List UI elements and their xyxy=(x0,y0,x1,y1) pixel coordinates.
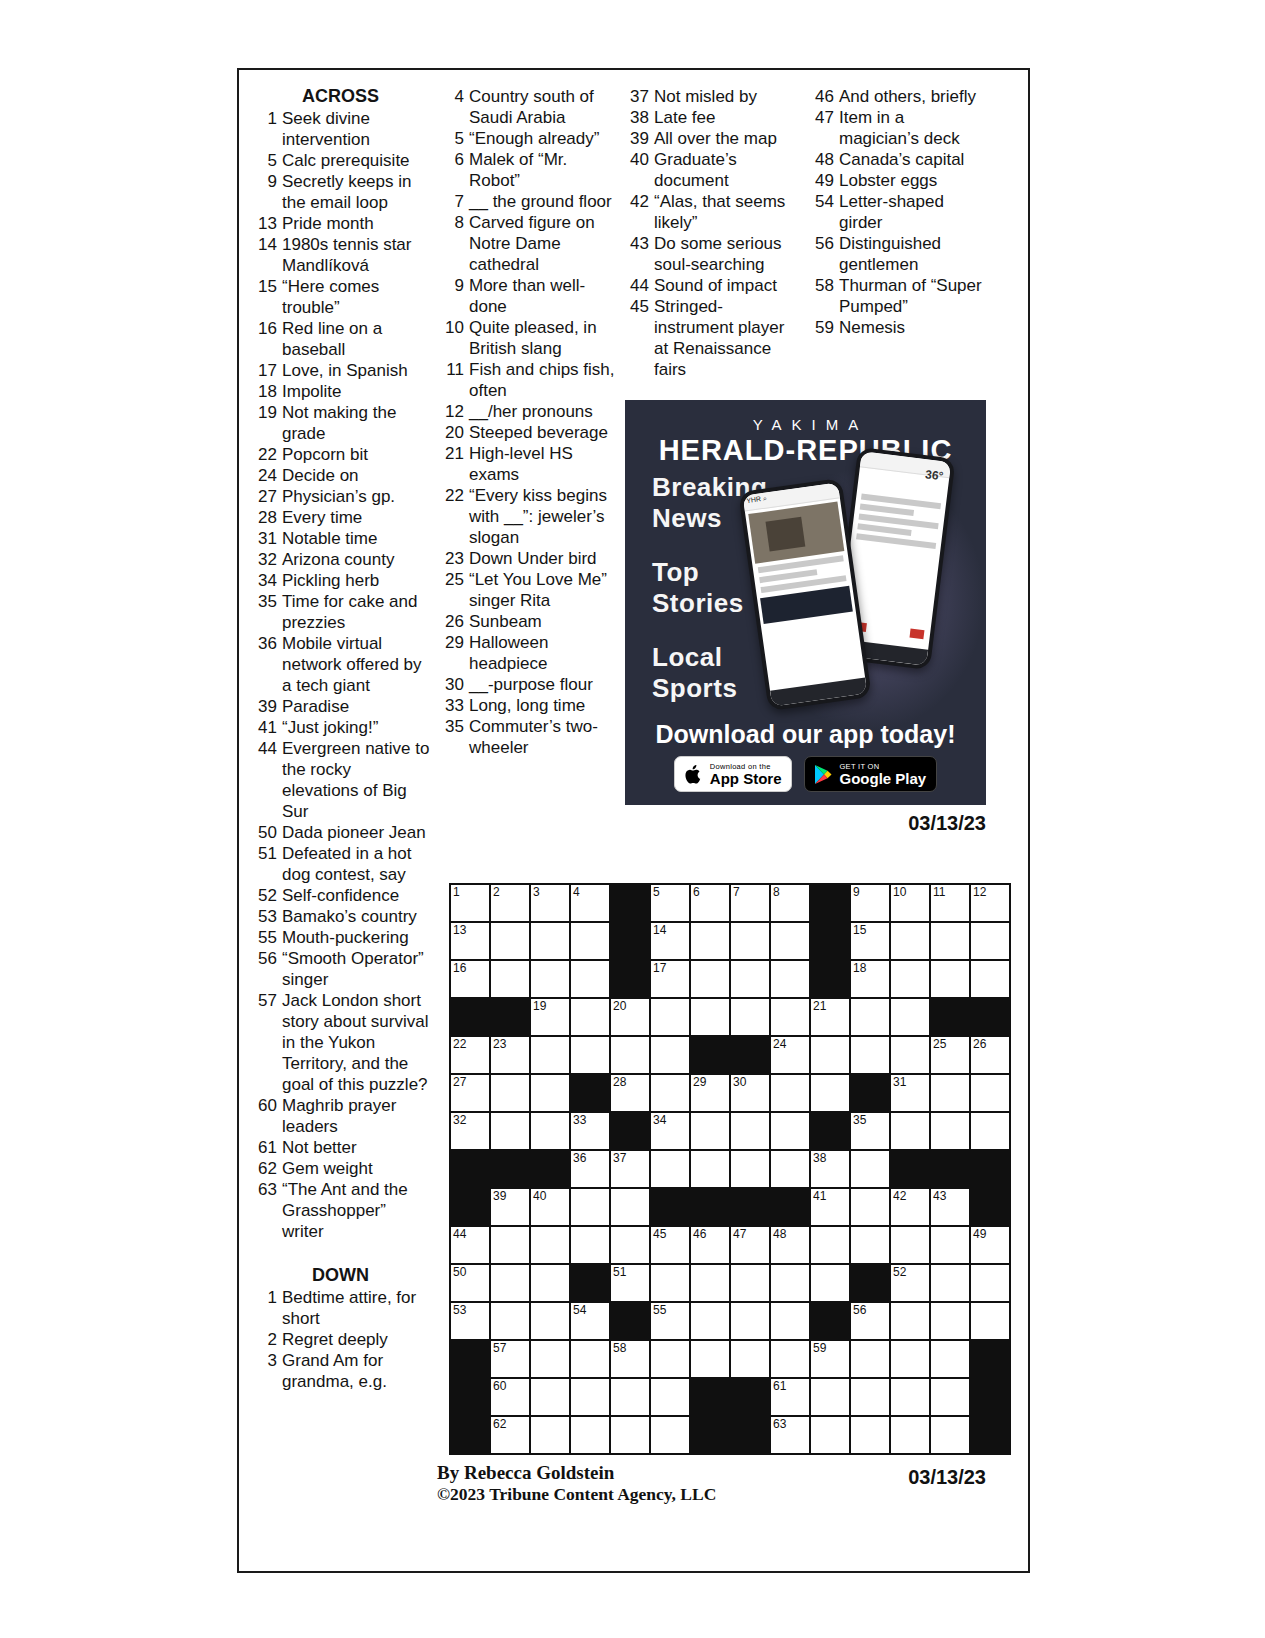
cell-r8c9[interactable] xyxy=(771,1151,809,1187)
cell-r9c3[interactable]: 40 xyxy=(531,1189,569,1225)
clue-text: Long, long time xyxy=(469,695,618,716)
cell-r8c8[interactable] xyxy=(731,1151,769,1187)
cell-r12c7[interactable] xyxy=(691,1303,729,1339)
clue-number: 2 xyxy=(250,1329,277,1350)
cell-r14c5[interactable] xyxy=(611,1379,649,1415)
cell-r2c14[interactable] xyxy=(971,923,1009,959)
cell-r8c2-block xyxy=(491,1151,529,1187)
cell-r14c2[interactable]: 60 xyxy=(491,1379,529,1415)
cell-r3c6[interactable]: 17 xyxy=(651,961,689,997)
app-store-badge[interactable]: Download on the App Store xyxy=(674,756,793,792)
clue-down-23: 23Down Under bird xyxy=(437,548,618,569)
cell-number: 47 xyxy=(733,1227,746,1241)
clue-text: “Here comes trouble” xyxy=(282,276,431,318)
cell-r1c13[interactable]: 11 xyxy=(931,885,969,921)
cell-r1c11[interactable]: 9 xyxy=(851,885,889,921)
cell-r15c5[interactable] xyxy=(611,1417,649,1453)
cell-r5c13[interactable]: 25 xyxy=(931,1037,969,1073)
clue-column-2: 4Country south of Saudi Arabia5“Enough a… xyxy=(437,86,618,758)
cell-r5c9[interactable]: 24 xyxy=(771,1037,809,1073)
cell-r7c12[interactable] xyxy=(891,1113,929,1149)
clue-across-1: 1Seek divine intervention xyxy=(250,108,431,150)
cell-r6c10[interactable] xyxy=(811,1075,849,1111)
cell-r14c11[interactable] xyxy=(851,1379,889,1415)
cell-r14c3[interactable] xyxy=(531,1379,569,1415)
cell-number: 8 xyxy=(773,885,780,899)
cell-r1c9[interactable]: 8 xyxy=(771,885,809,921)
cell-r2c7[interactable] xyxy=(691,923,729,959)
cell-r5c5[interactable] xyxy=(611,1037,649,1073)
clue-number: 29 xyxy=(437,632,464,674)
cell-r5c2[interactable]: 23 xyxy=(491,1037,529,1073)
cell-r5c11[interactable] xyxy=(851,1037,889,1073)
clue-down-47: 47Item in a magician’s deck xyxy=(807,107,986,149)
clue-number: 18 xyxy=(250,381,277,402)
clue-number: 55 xyxy=(250,927,277,948)
clue-across-52: 52Self-confidence xyxy=(250,885,431,906)
cell-r14c9[interactable]: 61 xyxy=(771,1379,809,1415)
clue-text: Graduate’s document xyxy=(654,149,801,191)
cell-number: 52 xyxy=(893,1265,906,1279)
clue-across-5: 5Calc prerequisite xyxy=(250,150,431,171)
clue-number: 16 xyxy=(250,318,277,360)
cell-r13c9[interactable] xyxy=(771,1341,809,1377)
clue-text: Jack London short story about survival i… xyxy=(282,990,431,1095)
cell-number: 43 xyxy=(933,1189,946,1203)
cell-number: 16 xyxy=(453,961,466,975)
cell-number: 59 xyxy=(813,1341,826,1355)
cell-r12c1[interactable]: 53 xyxy=(451,1303,489,1339)
cell-r1c4[interactable]: 4 xyxy=(571,885,609,921)
clue-down-42: 42“Alas, that seems likely” xyxy=(622,191,801,233)
cell-r14c13[interactable] xyxy=(931,1379,969,1415)
cell-r2c4[interactable] xyxy=(571,923,609,959)
clue-number: 50 xyxy=(250,822,277,843)
cell-r13c5[interactable]: 58 xyxy=(611,1341,649,1377)
clue-text: Not better xyxy=(282,1137,431,1158)
cell-r4c6[interactable] xyxy=(651,999,689,1035)
clue-text: __ the ground floor xyxy=(469,191,618,212)
cell-r9c13[interactable]: 43 xyxy=(931,1189,969,1225)
cell-number: 3 xyxy=(533,885,540,899)
clue-across-17: 17Love, in Spanish xyxy=(250,360,431,381)
clue-number: 19 xyxy=(250,402,277,444)
cell-r10c13[interactable] xyxy=(931,1227,969,1263)
clue-across-32: 32Arizona county xyxy=(250,549,431,570)
clue-down-40: 40Graduate’s document xyxy=(622,149,801,191)
cell-r6c2[interactable] xyxy=(491,1075,529,1111)
cell-r7c6[interactable]: 34 xyxy=(651,1113,689,1149)
clue-number: 41 xyxy=(250,717,277,738)
cell-r9c8-block xyxy=(731,1189,769,1225)
cell-r5c14[interactable]: 26 xyxy=(971,1037,1009,1073)
cell-r2c8[interactable] xyxy=(731,923,769,959)
cell-r14c8-block xyxy=(731,1379,769,1415)
clue-text: Stringed-instrument player at Renaissanc… xyxy=(654,296,801,380)
cell-number: 2 xyxy=(493,885,500,899)
clue-number: 13 xyxy=(250,213,277,234)
clue-text: __-purpose flour xyxy=(469,674,618,695)
cell-r13c7[interactable] xyxy=(691,1341,729,1377)
cell-r10c1[interactable]: 44 xyxy=(451,1227,489,1263)
clue-text: Defeated in a hot dog contest, say xyxy=(282,843,431,885)
cell-r9c10[interactable]: 41 xyxy=(811,1189,849,1225)
cell-r5c6[interactable] xyxy=(651,1037,689,1073)
cell-r3c12[interactable] xyxy=(891,961,929,997)
cell-r10c7[interactable]: 46 xyxy=(691,1227,729,1263)
cell-r10c9[interactable]: 48 xyxy=(771,1227,809,1263)
cell-number: 31 xyxy=(893,1075,906,1089)
clue-down-38: 38Late fee xyxy=(622,107,801,128)
cell-number: 39 xyxy=(493,1189,506,1203)
cell-r5c12[interactable] xyxy=(891,1037,929,1073)
cell-r13c11[interactable] xyxy=(851,1341,889,1377)
cell-r2c11[interactable]: 15 xyxy=(851,923,889,959)
clue-text: 1980s tennis star Mandlíková xyxy=(282,234,431,276)
clue-text: Grand Am for grandma, e.g. xyxy=(282,1350,431,1392)
cell-r15c2[interactable]: 62 xyxy=(491,1417,529,1453)
cell-r10c2[interactable] xyxy=(491,1227,529,1263)
clue-number: 53 xyxy=(250,906,277,927)
clue-number: 43 xyxy=(622,233,649,275)
cell-r6c9[interactable] xyxy=(771,1075,809,1111)
clue-down-3: 3Grand Am for grandma, e.g. xyxy=(250,1350,431,1392)
puzzle-date-top: 03/13/23 xyxy=(800,812,986,835)
cell-r4c9[interactable] xyxy=(771,999,809,1035)
clue-number: 44 xyxy=(622,275,649,296)
clue-down-35: 35Commuter’s two-wheeler xyxy=(437,716,618,758)
clue-text: Down Under bird xyxy=(469,548,618,569)
clue-text: Bedtime attire, for short xyxy=(282,1287,431,1329)
cell-r9c2[interactable]: 39 xyxy=(491,1189,529,1225)
cell-r1c14[interactable]: 12 xyxy=(971,885,1009,921)
cell-r14c12[interactable] xyxy=(891,1379,929,1415)
cell-r12c3[interactable] xyxy=(531,1303,569,1339)
google-play-logo-icon xyxy=(815,765,832,784)
cell-r4c4[interactable] xyxy=(571,999,609,1035)
clue-text: “The Ant and the Grasshopper” writer xyxy=(282,1179,431,1242)
cell-r6c3[interactable] xyxy=(531,1075,569,1111)
clue-text: Thurman of “Super Pumped” xyxy=(839,275,986,317)
cell-r12c4[interactable]: 54 xyxy=(571,1303,609,1339)
cell-r15c13[interactable] xyxy=(931,1417,969,1453)
clue-number: 59 xyxy=(807,317,834,338)
cell-r2c13[interactable] xyxy=(931,923,969,959)
cell-r12c9[interactable] xyxy=(771,1303,809,1339)
cell-r12c10-block xyxy=(811,1303,849,1339)
cell-r15c7-block xyxy=(691,1417,729,1453)
clue-down-29: 29Halloween headpiece xyxy=(437,632,618,674)
cell-r1c7[interactable]: 6 xyxy=(691,885,729,921)
clue-number: 35 xyxy=(437,716,464,758)
clue-text: All over the map xyxy=(654,128,801,149)
clue-down-48: 48Canada’s capital xyxy=(807,149,986,170)
cell-r4c13-block xyxy=(931,999,969,1035)
cell-r10c3[interactable] xyxy=(531,1227,569,1263)
clue-down-26: 26Sunbeam xyxy=(437,611,618,632)
cell-r3c9[interactable] xyxy=(771,961,809,997)
cell-r15c10[interactable] xyxy=(811,1417,849,1453)
cell-r10c8[interactable]: 47 xyxy=(731,1227,769,1263)
cell-r2c2[interactable] xyxy=(491,923,529,959)
cell-r8c7[interactable] xyxy=(691,1151,729,1187)
cell-r13c6[interactable] xyxy=(651,1341,689,1377)
cell-r7c13[interactable] xyxy=(931,1113,969,1149)
cell-r4c5[interactable]: 20 xyxy=(611,999,649,1035)
cell-r9c11[interactable] xyxy=(851,1189,889,1225)
cell-r2c6[interactable]: 14 xyxy=(651,923,689,959)
cell-r11c6[interactable] xyxy=(651,1265,689,1301)
cell-r15c14-block xyxy=(971,1417,1009,1453)
clue-number: 47 xyxy=(807,107,834,149)
cell-r3c11[interactable]: 18 xyxy=(851,961,889,997)
cell-number: 30 xyxy=(733,1075,746,1089)
clue-text: Evergreen native to the rocky elevations… xyxy=(282,738,431,822)
clue-number: 36 xyxy=(250,633,277,696)
cell-r6c13[interactable] xyxy=(931,1075,969,1111)
cell-r15c3[interactable] xyxy=(531,1417,569,1453)
clue-number: 15 xyxy=(250,276,277,318)
cell-r9c5[interactable] xyxy=(611,1189,649,1225)
cell-r12c2[interactable] xyxy=(491,1303,529,1339)
cell-number: 46 xyxy=(693,1227,706,1241)
clue-number: 5 xyxy=(250,150,277,171)
clue-text: Bamako’s country xyxy=(282,906,431,927)
clue-across-51: 51Defeated in a hot dog contest, say xyxy=(250,843,431,885)
cell-r7c10-block xyxy=(811,1113,849,1149)
clue-number: 48 xyxy=(807,149,834,170)
cell-number: 4 xyxy=(573,885,580,899)
cell-r6c1[interactable]: 27 xyxy=(451,1075,489,1111)
cell-r10c6[interactable]: 45 xyxy=(651,1227,689,1263)
clue-number: 57 xyxy=(250,990,277,1095)
cell-r1c2[interactable]: 2 xyxy=(491,885,529,921)
cell-r7c4[interactable]: 33 xyxy=(571,1113,609,1149)
clue-number: 9 xyxy=(250,171,277,213)
clue-text: Sunbeam xyxy=(469,611,618,632)
cell-number: 28 xyxy=(613,1075,626,1089)
clue-down-44: 44Sound of impact xyxy=(622,275,801,296)
cell-r3c2[interactable] xyxy=(491,961,529,997)
cell-r4c10[interactable]: 21 xyxy=(811,999,849,1035)
cell-r8c11[interactable] xyxy=(851,1151,889,1187)
cell-number: 38 xyxy=(813,1151,826,1165)
cell-r14c10[interactable] xyxy=(811,1379,849,1415)
cell-r3c14[interactable] xyxy=(971,961,1009,997)
clue-text: Fish and chips fish, often xyxy=(469,359,618,401)
cell-r4c12[interactable] xyxy=(891,999,929,1035)
cell-r10c10[interactable] xyxy=(811,1227,849,1263)
cell-r12c13[interactable] xyxy=(931,1303,969,1339)
clue-text: And others, briefly xyxy=(839,86,986,107)
cell-r1c8[interactable]: 7 xyxy=(731,885,769,921)
cell-r15c12[interactable] xyxy=(891,1417,929,1453)
clue-text: Popcorn bit xyxy=(282,444,431,465)
clue-across-15: 15“Here comes trouble” xyxy=(250,276,431,318)
cell-r12c14[interactable] xyxy=(971,1303,1009,1339)
cell-r11c14[interactable] xyxy=(971,1265,1009,1301)
cell-r5c3[interactable] xyxy=(531,1037,569,1073)
cell-r9c1-block xyxy=(451,1189,489,1225)
clue-text: Arizona county xyxy=(282,549,431,570)
clue-number: 60 xyxy=(250,1095,277,1137)
cell-r11c1[interactable]: 50 xyxy=(451,1265,489,1301)
cell-r3c1[interactable]: 16 xyxy=(451,961,489,997)
cell-r11c3[interactable] xyxy=(531,1265,569,1301)
clue-text: Item in a magician’s deck xyxy=(839,107,986,149)
cell-number: 5 xyxy=(653,885,660,899)
cell-number: 21 xyxy=(813,999,826,1013)
clue-text: Pride month xyxy=(282,213,431,234)
cell-number: 9 xyxy=(853,885,860,899)
cell-r6c14[interactable] xyxy=(971,1075,1009,1111)
cell-r11c4-block xyxy=(571,1265,609,1301)
cell-r2c5-block xyxy=(611,923,649,959)
cell-r12c12[interactable] xyxy=(891,1303,929,1339)
cell-r2c9[interactable] xyxy=(771,923,809,959)
cell-r12c11[interactable]: 56 xyxy=(851,1303,889,1339)
cell-r7c2[interactable] xyxy=(491,1113,529,1149)
cell-r10c11[interactable] xyxy=(851,1227,889,1263)
cell-r5c10[interactable] xyxy=(811,1037,849,1073)
clue-text: “Alas, that seems likely” xyxy=(654,191,801,233)
copyright-line: ©2023 Tribune Content Agency, LLC xyxy=(437,1484,716,1505)
cell-r2c12[interactable] xyxy=(891,923,929,959)
cell-r2c1[interactable]: 13 xyxy=(451,923,489,959)
cell-r15c4[interactable] xyxy=(571,1417,609,1453)
cell-r10c12[interactable] xyxy=(891,1227,929,1263)
cell-r6c8[interactable]: 30 xyxy=(731,1075,769,1111)
clue-down-8: 8Carved figure on Notre Dame cathedral xyxy=(437,212,618,275)
clue-text: Sound of impact xyxy=(654,275,801,296)
cell-r11c5[interactable]: 51 xyxy=(611,1265,649,1301)
clue-text: Mouth-puckering xyxy=(282,927,431,948)
clue-across-60: 60Maghrib prayer leaders xyxy=(250,1095,431,1137)
cell-r4c11[interactable] xyxy=(851,999,889,1035)
clue-number: 28 xyxy=(250,507,277,528)
cell-r8c5[interactable]: 37 xyxy=(611,1151,649,1187)
cell-r13c13[interactable] xyxy=(931,1341,969,1377)
cell-r11c8[interactable] xyxy=(731,1265,769,1301)
cell-r8c6[interactable] xyxy=(651,1151,689,1187)
cell-r10c5[interactable] xyxy=(611,1227,649,1263)
cell-r10c4[interactable] xyxy=(571,1227,609,1263)
cell-r15c11[interactable] xyxy=(851,1417,889,1453)
cell-r14c4[interactable] xyxy=(571,1379,609,1415)
cell-r8c4[interactable]: 36 xyxy=(571,1151,609,1187)
cell-r6c7[interactable]: 29 xyxy=(691,1075,729,1111)
cell-r8c10[interactable]: 38 xyxy=(811,1151,849,1187)
cell-number: 49 xyxy=(973,1227,986,1241)
clue-column-3: 37Not misled by38Late fee39All over the … xyxy=(622,86,801,380)
cell-r1c3[interactable]: 3 xyxy=(531,885,569,921)
cell-r13c2[interactable]: 57 xyxy=(491,1341,529,1377)
cell-r9c4[interactable] xyxy=(571,1189,609,1225)
cell-r14c6[interactable] xyxy=(651,1379,689,1415)
app-store-badge-big-text: App Store xyxy=(710,771,782,787)
clue-down-11: 11Fish and chips fish, often xyxy=(437,359,618,401)
cell-r1c12[interactable]: 10 xyxy=(891,885,929,921)
cell-r13c10[interactable]: 59 xyxy=(811,1341,849,1377)
cell-r7c11[interactable]: 35 xyxy=(851,1113,889,1149)
clue-number: 7 xyxy=(437,191,464,212)
cell-r9c12[interactable]: 42 xyxy=(891,1189,929,1225)
cell-number: 22 xyxy=(453,1037,466,1051)
google-play-badge[interactable]: GET IT ON Google Play xyxy=(804,756,937,792)
cell-number: 40 xyxy=(533,1189,546,1203)
cell-r4c7[interactable] xyxy=(691,999,729,1035)
cell-number: 13 xyxy=(453,923,466,937)
cell-r4c8[interactable] xyxy=(731,999,769,1035)
cell-r2c3[interactable] xyxy=(531,923,569,959)
clue-number: 26 xyxy=(437,611,464,632)
cell-r11c7[interactable] xyxy=(691,1265,729,1301)
cell-r13c3[interactable] xyxy=(531,1341,569,1377)
cell-r13c4[interactable] xyxy=(571,1341,609,1377)
clue-number: 9 xyxy=(437,275,464,317)
clue-down-21: 21High-level HS exams xyxy=(437,443,618,485)
cell-r5c4[interactable] xyxy=(571,1037,609,1073)
cell-r7c9[interactable] xyxy=(771,1113,809,1149)
clue-text: High-level HS exams xyxy=(469,443,618,485)
cell-r11c9[interactable] xyxy=(771,1265,809,1301)
clue-number: 39 xyxy=(622,128,649,149)
cell-r1c1[interactable]: 1 xyxy=(451,885,489,921)
cell-r15c6[interactable] xyxy=(651,1417,689,1453)
cell-r13c12[interactable] xyxy=(891,1341,929,1377)
cell-r3c3[interactable] xyxy=(531,961,569,997)
clue-down-39: 39All over the map xyxy=(622,128,801,149)
cell-r3c4[interactable] xyxy=(571,961,609,997)
cell-r7c1[interactable]: 32 xyxy=(451,1113,489,1149)
cell-r12c6[interactable]: 55 xyxy=(651,1303,689,1339)
clue-text: Lobster eggs xyxy=(839,170,986,191)
cell-r6c12[interactable]: 31 xyxy=(891,1075,929,1111)
cell-r11c2[interactable] xyxy=(491,1265,529,1301)
clue-number: 27 xyxy=(250,486,277,507)
clue-down-7: 7__ the ground floor xyxy=(437,191,618,212)
cell-r3c8[interactable] xyxy=(731,961,769,997)
cell-r5c1[interactable]: 22 xyxy=(451,1037,489,1073)
puzzle-date-bottom: 03/13/23 xyxy=(800,1466,986,1489)
cell-r6c5[interactable]: 28 xyxy=(611,1075,649,1111)
clue-across-53: 53Bamako’s country xyxy=(250,906,431,927)
cell-r7c7[interactable] xyxy=(691,1113,729,1149)
cell-r6c6[interactable] xyxy=(651,1075,689,1111)
cell-r7c3[interactable] xyxy=(531,1113,569,1149)
cell-r1c6[interactable]: 5 xyxy=(651,885,689,921)
clue-text: Calc prerequisite xyxy=(282,150,431,171)
clue-down-58: 58Thurman of “Super Pumped” xyxy=(807,275,986,317)
cell-r3c7[interactable] xyxy=(691,961,729,997)
cell-r13c8[interactable] xyxy=(731,1341,769,1377)
cell-r15c9[interactable]: 63 xyxy=(771,1417,809,1453)
cell-r11c10[interactable] xyxy=(811,1265,849,1301)
cell-number: 19 xyxy=(533,999,546,1013)
cell-r12c8[interactable] xyxy=(731,1303,769,1339)
cell-r7c14[interactable] xyxy=(971,1113,1009,1149)
cell-r10c14[interactable]: 49 xyxy=(971,1227,1009,1263)
cell-r7c8[interactable] xyxy=(731,1113,769,1149)
cell-r3c13[interactable] xyxy=(931,961,969,997)
clue-down-2: 2Regret deeply xyxy=(250,1329,431,1350)
cell-r11c12[interactable]: 52 xyxy=(891,1265,929,1301)
clue-text: Not making the grade xyxy=(282,402,431,444)
cell-r4c3[interactable]: 19 xyxy=(531,999,569,1035)
clue-down-22: 22“Every kiss begins with __”: jeweler’s… xyxy=(437,485,618,548)
cell-r11c13[interactable] xyxy=(931,1265,969,1301)
cell-r8c1-block xyxy=(451,1151,489,1187)
